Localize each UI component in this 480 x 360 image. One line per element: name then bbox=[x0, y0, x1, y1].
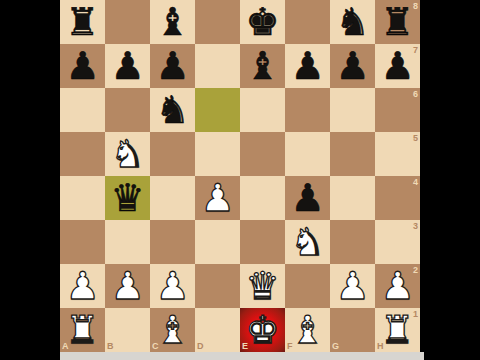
square-g1[interactable]: G bbox=[330, 308, 375, 352]
piece-black-rook: ♜ bbox=[380, 0, 414, 44]
square-e3[interactable] bbox=[240, 220, 285, 264]
square-b2[interactable]: ♟ bbox=[105, 264, 150, 308]
piece-white-pawn: ♟ bbox=[200, 176, 234, 220]
square-a2[interactable]: ♟ bbox=[60, 264, 105, 308]
file-label-b: B bbox=[107, 341, 114, 351]
piece-white-rook: ♜ bbox=[65, 308, 99, 352]
square-b7[interactable]: ♟ bbox=[105, 44, 150, 88]
square-d1[interactable]: D bbox=[195, 308, 240, 352]
square-f3[interactable]: ♞ bbox=[285, 220, 330, 264]
square-c7[interactable]: ♟ bbox=[150, 44, 195, 88]
file-label-g: G bbox=[332, 341, 339, 351]
square-a6[interactable] bbox=[60, 88, 105, 132]
piece-white-knight: ♞ bbox=[110, 132, 144, 176]
left-black-bar bbox=[0, 0, 60, 360]
piece-white-king: ♚ bbox=[245, 308, 279, 352]
square-e8[interactable]: ♚ bbox=[240, 0, 285, 44]
bottom-strip bbox=[60, 352, 424, 360]
piece-black-queen: ♛ bbox=[110, 176, 144, 220]
square-f2[interactable] bbox=[285, 264, 330, 308]
piece-black-knight: ♞ bbox=[335, 0, 369, 44]
square-b1[interactable]: B bbox=[105, 308, 150, 352]
square-h4[interactable]: 4 bbox=[375, 176, 420, 220]
piece-white-pawn: ♟ bbox=[335, 264, 369, 308]
piece-black-pawn: ♟ bbox=[290, 176, 324, 220]
square-g7[interactable]: ♟ bbox=[330, 44, 375, 88]
square-h5[interactable]: 5 bbox=[375, 132, 420, 176]
square-h3[interactable]: 3 bbox=[375, 220, 420, 264]
piece-black-pawn: ♟ bbox=[155, 44, 189, 88]
square-d6[interactable] bbox=[195, 88, 240, 132]
square-b5[interactable]: ♞ bbox=[105, 132, 150, 176]
rank-label-5: 5 bbox=[413, 133, 418, 143]
file-label-f: F bbox=[287, 341, 293, 351]
piece-white-pawn: ♟ bbox=[380, 264, 414, 308]
square-d2[interactable] bbox=[195, 264, 240, 308]
square-a8[interactable]: ♜ bbox=[60, 0, 105, 44]
square-c2[interactable]: ♟ bbox=[150, 264, 195, 308]
square-b6[interactable] bbox=[105, 88, 150, 132]
right-black-bar bbox=[424, 0, 480, 360]
square-d7[interactable] bbox=[195, 44, 240, 88]
file-label-e: E bbox=[242, 341, 248, 351]
square-e5[interactable] bbox=[240, 132, 285, 176]
rank-label-8: 8 bbox=[413, 1, 418, 11]
square-h2[interactable]: ♟2 bbox=[375, 264, 420, 308]
square-b4[interactable]: ♛ bbox=[105, 176, 150, 220]
piece-white-rook: ♜ bbox=[380, 308, 414, 352]
piece-black-pawn: ♟ bbox=[65, 44, 99, 88]
piece-black-knight: ♞ bbox=[155, 88, 189, 132]
square-f6[interactable] bbox=[285, 88, 330, 132]
square-c1[interactable]: ♝C bbox=[150, 308, 195, 352]
square-e4[interactable] bbox=[240, 176, 285, 220]
square-c5[interactable] bbox=[150, 132, 195, 176]
square-h1[interactable]: ♜H1 bbox=[375, 308, 420, 352]
square-f7[interactable]: ♟ bbox=[285, 44, 330, 88]
square-g6[interactable] bbox=[330, 88, 375, 132]
square-h7[interactable]: ♟7 bbox=[375, 44, 420, 88]
piece-black-pawn: ♟ bbox=[290, 44, 324, 88]
piece-white-pawn: ♟ bbox=[110, 264, 144, 308]
piece-black-king: ♚ bbox=[245, 0, 279, 44]
square-e7[interactable]: ♝ bbox=[240, 44, 285, 88]
square-a3[interactable] bbox=[60, 220, 105, 264]
square-d3[interactable] bbox=[195, 220, 240, 264]
piece-black-pawn: ♟ bbox=[380, 44, 414, 88]
square-h6[interactable]: 6 bbox=[375, 88, 420, 132]
square-c8[interactable]: ♝ bbox=[150, 0, 195, 44]
square-h8[interactable]: ♜8 bbox=[375, 0, 420, 44]
square-f1[interactable]: ♝F bbox=[285, 308, 330, 352]
square-f8[interactable] bbox=[285, 0, 330, 44]
piece-black-pawn: ♟ bbox=[110, 44, 144, 88]
square-g3[interactable] bbox=[330, 220, 375, 264]
square-g5[interactable] bbox=[330, 132, 375, 176]
square-b3[interactable] bbox=[105, 220, 150, 264]
square-g8[interactable]: ♞ bbox=[330, 0, 375, 44]
square-a5[interactable] bbox=[60, 132, 105, 176]
square-g2[interactable]: ♟ bbox=[330, 264, 375, 308]
rank-label-4: 4 bbox=[413, 177, 418, 187]
square-a1[interactable]: ♜A bbox=[60, 308, 105, 352]
square-a4[interactable] bbox=[60, 176, 105, 220]
rank-label-3: 3 bbox=[413, 221, 418, 231]
rank-label-2: 2 bbox=[413, 265, 418, 275]
square-a7[interactable]: ♟ bbox=[60, 44, 105, 88]
piece-black-pawn: ♟ bbox=[335, 44, 369, 88]
piece-black-bishop: ♝ bbox=[155, 0, 189, 44]
video-frame: ♜♝♚♞♜8♟♟♟♝♟♟♟7♞6♞5♛♟♟4♞3♟♟♟♛♟♟2♜AB♝CD♚E♝… bbox=[0, 0, 480, 360]
square-e1[interactable]: ♚E bbox=[240, 308, 285, 352]
rank-label-6: 6 bbox=[413, 89, 418, 99]
piece-white-bishop: ♝ bbox=[155, 308, 189, 352]
square-g4[interactable] bbox=[330, 176, 375, 220]
square-c6[interactable]: ♞ bbox=[150, 88, 195, 132]
square-b8[interactable] bbox=[105, 0, 150, 44]
square-d5[interactable] bbox=[195, 132, 240, 176]
piece-white-bishop: ♝ bbox=[290, 308, 324, 352]
square-c4[interactable] bbox=[150, 176, 195, 220]
square-e6[interactable] bbox=[240, 88, 285, 132]
piece-black-bishop: ♝ bbox=[245, 44, 279, 88]
piece-white-pawn: ♟ bbox=[65, 264, 99, 308]
file-label-h: H bbox=[377, 341, 384, 351]
rank-label-1: 1 bbox=[413, 309, 418, 319]
square-e2[interactable]: ♛ bbox=[240, 264, 285, 308]
square-d8[interactable] bbox=[195, 0, 240, 44]
piece-black-rook: ♜ bbox=[65, 0, 99, 44]
file-label-c: C bbox=[152, 341, 159, 351]
square-d4[interactable]: ♟ bbox=[195, 176, 240, 220]
chess-board: ♜♝♚♞♜8♟♟♟♝♟♟♟7♞6♞5♛♟♟4♞3♟♟♟♛♟♟2♜AB♝CD♚E♝… bbox=[60, 0, 420, 352]
rank-label-7: 7 bbox=[413, 45, 418, 55]
piece-white-knight: ♞ bbox=[290, 220, 324, 264]
square-f4[interactable]: ♟ bbox=[285, 176, 330, 220]
piece-white-queen: ♛ bbox=[245, 264, 279, 308]
piece-white-pawn: ♟ bbox=[155, 264, 189, 308]
square-f5[interactable] bbox=[285, 132, 330, 176]
square-c3[interactable] bbox=[150, 220, 195, 264]
file-label-d: D bbox=[197, 341, 204, 351]
file-label-a: A bbox=[62, 341, 69, 351]
